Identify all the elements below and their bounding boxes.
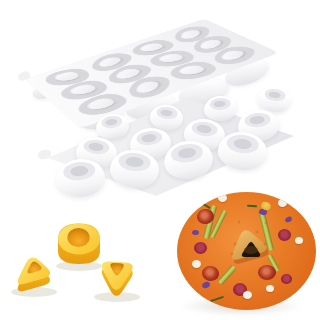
mold-cavity-inner xyxy=(198,39,225,50)
mold-cavity-inner xyxy=(179,29,203,39)
mold-cavity-inner xyxy=(96,56,124,68)
dessert-cakes-svg xyxy=(0,210,160,320)
mold-cavity-inner xyxy=(219,49,248,61)
mold-cavity-inner xyxy=(133,80,162,94)
plated-dessert xyxy=(177,192,316,310)
dessert-cake-middle xyxy=(58,224,100,265)
mold-cavity-inner xyxy=(54,72,80,82)
mold-cavity-inner xyxy=(179,64,206,76)
mold-cavity-inner xyxy=(114,67,143,80)
center-cake xyxy=(177,192,316,310)
mold-cavity-inner xyxy=(86,97,116,112)
mold-cavity-inner xyxy=(160,53,184,63)
dessert-cake-left xyxy=(18,258,50,292)
dessert-cake-right xyxy=(102,262,133,296)
mold-cavity-inner xyxy=(139,42,165,53)
mold-cavity-inner xyxy=(70,83,96,96)
product-photo xyxy=(0,0,320,320)
